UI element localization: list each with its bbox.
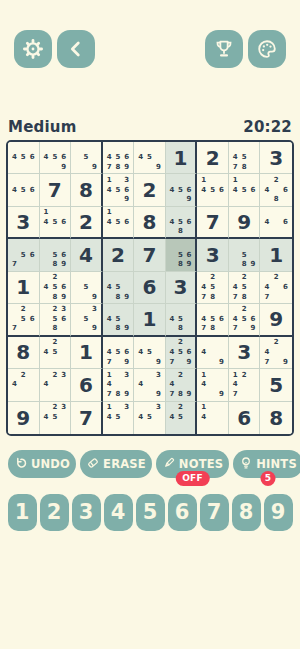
cell-value: 6 [237,408,251,428]
cell-value: 3 [16,212,30,232]
note-digit: 7 [199,292,208,302]
note-digit: 5 [50,347,59,357]
cell-r5c5[interactable]: 6 [134,272,166,304]
trophy-icon [213,38,235,60]
note-digit: 9 [249,324,258,333]
notes-button[interactable]: NOTES OFF [156,450,229,478]
note-digit: 9 [154,357,163,367]
note-digit: 2 [272,273,281,283]
note-digit: 8 [114,292,123,302]
cell-notes: 1456 [231,175,258,204]
cell-r8c5[interactable]: 349 [134,369,166,401]
cell-r2c2[interactable]: 7 [40,174,72,206]
note-digit: 7 [199,324,208,333]
note-digit [262,338,271,348]
cell-r7c1[interactable]: 8 [8,337,40,369]
cell-r7c7[interactable]: 49 [197,337,229,369]
cell-r3c4[interactable]: 1456 [103,207,135,239]
note-digit [42,315,51,324]
note-digit [28,390,37,400]
note-digit: 6 [122,347,131,357]
cell-r2c1[interactable]: 456 [8,174,40,206]
cell-value: 2 [206,148,220,168]
note-digit: 3 [154,370,163,380]
hints-button[interactable]: HINTS 5 [233,450,300,478]
cell-r1c4[interactable]: 456789 [103,142,135,174]
cell-notes: 1456 [199,175,226,204]
note-digit [73,324,82,333]
note-digit [154,413,163,423]
note-digit [136,370,145,380]
note-digit [217,423,226,433]
note-digit [114,423,123,433]
note-digit: 4 [199,347,208,357]
cell-r6c7[interactable]: 45678 [197,304,229,336]
cell-r3c5[interactable]: 8 [134,207,166,239]
cell-r2c8[interactable]: 1456 [229,174,261,206]
note-digit: 8 [272,195,281,205]
cell-r5c9[interactable]: 2467 [260,272,292,304]
numpad-6[interactable]: 6 [168,494,197,531]
cell-notes: 456789 [105,143,132,172]
cell-r3c1[interactable]: 3 [8,207,40,239]
cell-r7c9[interactable]: 2479 [260,337,292,369]
note-digit [168,240,177,250]
theme-button[interactable] [248,30,286,68]
note-digit [249,175,258,185]
note-digit: 7 [105,390,114,400]
cell-r4c2[interactable]: 5689 [40,239,72,271]
cell-r8c3[interactable]: 6 [71,369,103,401]
cell-r1c2[interactable]: 4569 [40,142,72,174]
note-digit [168,260,177,270]
note-digit [199,273,208,283]
note-digit [90,283,99,293]
cell-notes: 59 [73,273,99,302]
cell-r7c6[interactable]: 245679 [166,337,198,369]
cell-r6c1[interactable]: 2567 [8,304,40,336]
note-digit [185,175,194,185]
cell-r4c8[interactable]: 589 [229,239,261,271]
cell-r5c3[interactable]: 59 [71,272,103,304]
numpad-3[interactable]: 3 [72,494,101,531]
note-digit [136,403,145,413]
note-digit [50,423,59,433]
cell-r5c6[interactable]: 3 [166,272,198,304]
note-digit: 9 [90,292,99,302]
note-digit [145,423,154,433]
hints-count-badge: 5 [261,471,276,486]
note-digit [145,380,154,390]
note-digit: 9 [249,260,258,270]
note-digit [122,305,131,314]
note-digit [59,273,68,283]
cell-r9c8[interactable]: 6 [229,402,261,434]
note-digit: 2 [19,370,28,380]
cell-notes: 45678 [199,305,226,333]
cell-r7c8[interactable]: 3 [229,337,261,369]
note-digit [114,227,123,236]
note-digit: 9 [122,324,131,333]
note-digit [82,143,91,153]
cell-r3c7[interactable]: 7 [197,207,229,239]
cell-r6c9[interactable]: 9 [260,304,292,336]
cell-r6c3[interactable]: 359 [71,304,103,336]
cell-notes: 359 [73,305,99,333]
note-digit: 8 [176,390,185,400]
note-digit [262,195,271,205]
cell-r8c7[interactable]: 149 [197,369,229,401]
note-digit: 5 [240,153,249,163]
cell-r2c7[interactable]: 1456 [197,174,229,206]
note-digit: 4 [42,347,51,357]
note-digit [42,390,51,400]
note-digit [114,370,123,380]
note-digit [59,390,68,400]
note-digit: 6 [185,185,194,195]
note-digit [50,390,59,400]
note-digit [28,305,37,314]
cell-r4c9[interactable]: 1 [260,239,292,271]
cell-notes: 59 [73,143,99,172]
note-digit: 6 [217,185,226,195]
note-digit [176,305,185,314]
cell-r8c2[interactable]: 234 [40,369,72,401]
note-digit: 1 [42,208,51,217]
note-digit [168,423,177,433]
cell-notes: 134569 [105,175,132,204]
note-digit: 5 [114,185,123,195]
cell-value: 8 [79,180,93,200]
note-digit: 5 [114,217,123,226]
note-digit: 4 [10,380,19,390]
cell-r8c6[interactable]: 24789 [166,369,198,401]
note-digit: 2 [50,305,59,314]
note-digit: 8 [114,163,123,173]
note-digit: 6 [28,250,37,260]
cell-r3c9[interactable]: 46 [260,207,292,239]
cell-notes: 4569 [168,175,194,204]
note-digit [50,240,59,250]
note-digit [90,143,99,153]
note-digit [272,185,281,195]
note-digit: 4 [105,217,114,226]
numpad-9[interactable]: 9 [264,494,293,531]
note-digit [73,292,82,302]
cell-r4c4[interactable]: 2 [103,239,135,271]
cell-notes: 589 [231,240,258,269]
note-digit: 4 [42,380,51,390]
cell-r1c7[interactable]: 2 [197,142,229,174]
note-digit [42,250,51,260]
note-digit [281,347,290,357]
cell-value: 1 [79,342,93,362]
note-digit [136,423,145,433]
cell-r5c1[interactable]: 1 [8,272,40,304]
note-digit [208,305,217,314]
note-digit [272,227,281,236]
cell-r5c4[interactable]: 4589 [103,272,135,304]
note-digit [240,195,249,205]
note-digit [42,403,51,413]
cell-value: 5 [269,375,283,395]
numpad-7[interactable]: 7 [200,494,229,531]
cell-value: 7 [206,212,220,232]
note-digit [231,260,240,270]
note-digit: 4 [168,217,177,226]
hints-label: HINTS [256,457,297,471]
note-digit [185,324,194,333]
note-digit [249,370,258,380]
cell-r1c5[interactable]: 459 [134,142,166,174]
cell-r9c9[interactable]: 8 [260,402,292,434]
note-digit: 5 [82,283,91,293]
note-digit [208,413,217,423]
note-digit: 2 [176,338,185,348]
note-digit [185,305,194,314]
cell-r5c7[interactable]: 24578 [197,272,229,304]
note-digit [105,338,114,348]
cell-notes: 5689 [168,240,194,269]
note-digit [145,163,154,173]
numpad-2[interactable]: 2 [40,494,69,531]
cell-r1c6[interactable]: 1 [166,142,198,174]
cell-r2c5[interactable]: 2 [134,174,166,206]
note-digit [208,357,217,367]
cell-r6c5[interactable]: 1 [134,304,166,336]
cell-notes: 24789 [168,370,194,399]
undo-arrow-icon [14,456,28,473]
note-digit [19,390,28,400]
note-digit [50,357,59,367]
note-digit [208,370,217,380]
note-digit [208,347,217,357]
note-digit [145,403,154,413]
cell-r1c3[interactable]: 59 [71,142,103,174]
cell-r9c6[interactable]: 245 [166,402,198,434]
note-digit [231,273,240,283]
undo-button[interactable]: UNDO [8,450,76,478]
note-digit: 2 [240,370,249,380]
note-digit [59,208,68,217]
cell-notes: 49 [199,338,226,367]
note-digit: 5 [50,250,59,260]
note-digit [114,208,123,217]
note-digit [262,227,271,236]
note-digit [19,175,28,185]
cell-r5c8[interactable]: 24578 [229,272,261,304]
note-digit: 5 [240,250,249,260]
cell-r9c3[interactable]: 7 [71,402,103,434]
note-digit: 4 [199,283,208,293]
note-digit [28,143,37,153]
note-digit [249,143,258,153]
cell-r7c4[interactable]: 45679 [103,337,135,369]
cell-value: 9 [269,309,283,329]
note-digit: 9 [90,324,99,333]
numpad-4[interactable]: 4 [104,494,133,531]
cell-r7c2[interactable]: 245 [40,337,72,369]
achievements-button[interactable] [205,30,243,68]
cell-r6c4[interactable]: 4589 [103,304,135,336]
note-digit [249,163,258,173]
note-digit: 4 [199,413,208,423]
note-digit [168,324,177,333]
cell-r2c4[interactable]: 134569 [103,174,135,206]
note-digit [240,143,249,153]
numpad-1[interactable]: 1 [8,494,37,531]
cell-r2c9[interactable]: 2468 [260,174,292,206]
note-digit [42,292,51,302]
cell-r4c7[interactable]: 3 [197,239,229,271]
note-digit [28,260,37,270]
note-digit [249,153,258,163]
note-digit [154,143,163,153]
note-digit [42,338,51,348]
note-digit [231,250,240,260]
cell-r9c1[interactable]: 9 [8,402,40,434]
cell-notes: 234 [42,370,69,399]
note-digit [168,175,177,185]
note-digit: 6 [249,185,258,195]
cell-r5c2[interactable]: 245689 [40,272,72,304]
note-digit: 6 [185,217,194,226]
note-digit [231,240,240,250]
cell-r9c4[interactable]: 1345 [103,402,135,434]
cell-notes: 459 [136,143,163,172]
cell-value: 1 [143,309,157,329]
cell-notes: 245 [42,338,69,367]
cell-r3c8[interactable]: 9 [229,207,261,239]
note-digit: 8 [50,292,59,302]
cell-r8c9[interactable]: 5 [260,369,292,401]
note-digit [217,413,226,423]
cell-r1c9[interactable]: 3 [260,142,292,174]
cell-value: 3 [206,245,220,265]
note-digit [231,305,240,314]
note-digit: 5 [50,413,59,423]
cell-r3c3[interactable]: 2 [71,207,103,239]
note-digit [176,195,185,205]
note-digit [90,273,99,283]
cell-r1c8[interactable]: 4578 [229,142,261,174]
cell-notes: 245689 [42,273,69,302]
note-digit [176,357,185,367]
note-digit [122,315,131,324]
note-digit [59,227,68,236]
cell-r3c6[interactable]: 4568 [166,207,198,239]
cell-r8c4[interactable]: 134789 [103,369,135,401]
note-digit [154,380,163,390]
cell-r4c6[interactable]: 5689 [166,239,198,271]
note-digit: 4 [136,347,145,357]
cell-r3c2[interactable]: 1456 [40,207,72,239]
cell-r1c1[interactable]: 456 [8,142,40,174]
note-digit: 5 [145,153,154,163]
cell-r9c5[interactable]: 345 [134,402,166,434]
cell-r6c2[interactable]: 23568 [40,304,72,336]
note-digit [28,175,37,185]
note-digit [28,195,37,205]
cell-r7c3[interactable]: 1 [71,337,103,369]
note-digit: 2 [272,338,281,348]
note-digit [217,338,226,348]
note-digit [185,380,194,390]
cell-r8c1[interactable]: 24 [8,369,40,401]
note-digit [217,370,226,380]
note-digit: 8 [176,324,185,333]
cell-notes: 5689 [42,240,69,269]
cell-r4c5[interactable]: 7 [134,239,166,271]
note-digit [240,240,249,250]
cell-r2c3[interactable]: 8 [71,174,103,206]
cell-r4c1[interactable]: 567 [8,239,40,271]
note-digit [82,163,91,173]
note-digit [199,195,208,205]
note-digit [185,208,194,217]
cell-r9c2[interactable]: 2345 [40,402,72,434]
cell-r2c6[interactable]: 4569 [166,174,198,206]
cell-r4c3[interactable]: 4 [71,239,103,271]
note-digit: 8 [114,324,123,333]
cell-value: 7 [143,245,157,265]
chevron-left-icon [65,38,87,60]
cell-r6c8[interactable]: 245679 [229,304,261,336]
note-digit: 5 [19,153,28,163]
erase-button[interactable]: ERASE [80,450,152,478]
notes-off-badge: OFF [175,471,210,486]
note-digit: 5 [240,315,249,324]
note-digit [217,175,226,185]
note-digit: 3 [122,370,131,380]
cell-notes: 2345 [42,403,69,433]
sudoku-app: Medium 20:22 456456959456789459124578345… [0,0,300,649]
cell-r9c7[interactable]: 14 [197,402,229,434]
note-digit: 4 [168,347,177,357]
note-digit: 8 [208,324,217,333]
note-digit: 5 [82,315,91,324]
note-digit [145,143,154,153]
note-digit [19,163,28,173]
cell-r6c6[interactable]: 458 [166,304,198,336]
back-button[interactable] [57,30,95,68]
note-digit: 4 [105,283,114,293]
note-digit: 5 [208,315,217,324]
note-digit: 6 [122,217,131,226]
cell-notes: 24 [10,370,37,399]
eraser-icon [86,456,100,473]
note-digit [73,305,82,314]
note-digit: 9 [122,292,131,302]
numpad-8[interactable]: 8 [232,494,261,531]
note-digit [136,163,145,173]
note-digit [217,347,226,357]
note-digit [42,227,51,236]
note-digit: 2 [240,305,249,314]
numpad-5[interactable]: 5 [136,494,165,531]
note-digit [249,305,258,314]
cell-r7c5[interactable]: 459 [134,337,166,369]
cell-r8c8[interactable]: 1247 [229,369,261,401]
settings-button[interactable] [14,30,52,68]
note-digit: 7 [105,163,114,173]
note-digit [168,208,177,217]
note-digit: 7 [231,163,240,173]
note-digit: 5 [114,413,123,423]
note-digit: 5 [50,153,59,163]
note-digit [114,357,123,367]
cell-notes: 567 [10,240,37,269]
